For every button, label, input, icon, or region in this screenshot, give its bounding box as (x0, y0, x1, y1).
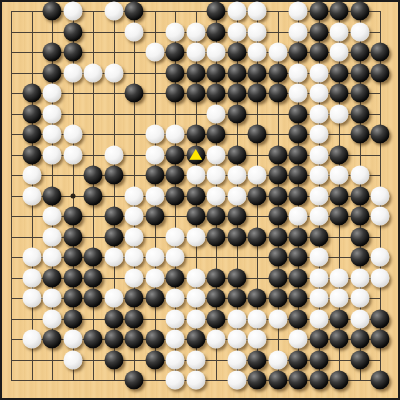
black-stone[interactable] (166, 166, 185, 185)
black-stone[interactable] (268, 186, 287, 205)
black-stone[interactable] (309, 227, 328, 246)
white-stone[interactable] (330, 22, 349, 41)
black-stone[interactable] (289, 145, 308, 164)
white-stone[interactable] (227, 371, 246, 390)
black-stone[interactable] (330, 371, 349, 390)
black-stone[interactable] (145, 207, 164, 226)
black-stone[interactable] (330, 330, 349, 349)
white-stone[interactable] (43, 309, 62, 328)
black-stone[interactable] (289, 309, 308, 328)
white-stone[interactable] (330, 166, 349, 185)
black-stone[interactable] (207, 63, 226, 82)
white-stone[interactable] (289, 63, 308, 82)
black-stone[interactable] (371, 63, 390, 82)
white-stone[interactable] (309, 289, 328, 308)
black-stone[interactable] (371, 371, 390, 390)
black-stone[interactable] (309, 2, 328, 21)
white-stone[interactable] (227, 2, 246, 21)
black-stone[interactable] (84, 248, 103, 267)
black-stone[interactable] (104, 227, 123, 246)
black-stone[interactable] (145, 350, 164, 369)
black-stone[interactable] (268, 166, 287, 185)
white-stone[interactable] (207, 166, 226, 185)
black-stone[interactable] (207, 289, 226, 308)
white-stone[interactable] (145, 248, 164, 267)
black-stone[interactable] (63, 207, 82, 226)
black-stone[interactable] (289, 125, 308, 144)
black-stone[interactable] (207, 268, 226, 287)
black-stone[interactable] (63, 22, 82, 41)
black-stone[interactable] (371, 309, 390, 328)
black-stone[interactable] (248, 227, 267, 246)
white-stone[interactable] (371, 268, 390, 287)
black-stone[interactable] (125, 289, 144, 308)
white-stone[interactable] (145, 186, 164, 205)
black-stone[interactable] (268, 145, 287, 164)
black-stone[interactable] (330, 63, 349, 82)
white-stone[interactable] (371, 186, 390, 205)
black-stone[interactable] (22, 104, 41, 123)
white-stone[interactable] (166, 289, 185, 308)
black-stone[interactable] (268, 248, 287, 267)
last-move-triangle-marker (189, 149, 202, 160)
black-stone[interactable] (289, 248, 308, 267)
white-stone[interactable] (125, 248, 144, 267)
black-stone[interactable] (207, 84, 226, 103)
black-stone[interactable] (43, 330, 62, 349)
black-stone[interactable] (104, 330, 123, 349)
white-stone[interactable] (186, 227, 205, 246)
black-stone[interactable] (268, 84, 287, 103)
black-stone[interactable] (227, 268, 246, 287)
black-stone[interactable] (309, 371, 328, 390)
white-stone[interactable] (309, 268, 328, 287)
white-stone[interactable] (350, 22, 369, 41)
white-stone[interactable] (166, 125, 185, 144)
white-stone[interactable] (186, 350, 205, 369)
black-stone[interactable] (145, 330, 164, 349)
white-stone[interactable] (186, 371, 205, 390)
black-stone[interactable] (350, 350, 369, 369)
white-stone[interactable] (186, 309, 205, 328)
black-stone[interactable] (330, 309, 349, 328)
white-stone[interactable] (43, 289, 62, 308)
white-stone[interactable] (309, 104, 328, 123)
white-stone[interactable] (186, 22, 205, 41)
black-stone[interactable] (166, 84, 185, 103)
black-stone[interactable] (84, 268, 103, 287)
black-stone[interactable] (289, 227, 308, 246)
white-stone[interactable] (330, 289, 349, 308)
black-stone[interactable] (309, 330, 328, 349)
black-stone[interactable] (350, 84, 369, 103)
black-stone[interactable] (207, 207, 226, 226)
white-stone[interactable] (248, 330, 267, 349)
white-stone[interactable] (289, 22, 308, 41)
black-stone[interactable] (289, 268, 308, 287)
black-stone[interactable] (248, 63, 267, 82)
black-stone[interactable] (350, 63, 369, 82)
black-stone[interactable] (186, 145, 205, 164)
white-stone[interactable] (43, 227, 62, 246)
black-stone[interactable] (268, 63, 287, 82)
white-stone[interactable] (330, 268, 349, 287)
white-stone[interactable] (125, 186, 144, 205)
white-stone[interactable] (166, 248, 185, 267)
white-stone[interactable] (309, 84, 328, 103)
black-stone[interactable] (350, 330, 369, 349)
black-stone[interactable] (227, 289, 246, 308)
white-stone[interactable] (22, 186, 41, 205)
black-stone[interactable] (268, 227, 287, 246)
black-stone[interactable] (227, 227, 246, 246)
black-stone[interactable] (186, 186, 205, 205)
white-stone[interactable] (125, 22, 144, 41)
black-stone[interactable] (207, 309, 226, 328)
black-stone[interactable] (350, 104, 369, 123)
white-stone[interactable] (166, 22, 185, 41)
white-stone[interactable] (227, 330, 246, 349)
black-stone[interactable] (207, 125, 226, 144)
white-stone[interactable] (22, 248, 41, 267)
white-stone[interactable] (145, 43, 164, 62)
white-stone[interactable] (207, 43, 226, 62)
white-stone[interactable] (63, 350, 82, 369)
black-stone[interactable] (309, 350, 328, 369)
black-stone[interactable] (289, 350, 308, 369)
white-stone[interactable] (43, 104, 62, 123)
white-stone[interactable] (22, 289, 41, 308)
black-stone[interactable] (22, 145, 41, 164)
hoshi-point (70, 193, 75, 198)
white-stone[interactable] (227, 350, 246, 369)
white-stone[interactable] (84, 63, 103, 82)
white-stone[interactable] (145, 125, 164, 144)
white-stone[interactable] (125, 227, 144, 246)
white-stone[interactable] (371, 207, 390, 226)
black-stone[interactable] (43, 268, 62, 287)
white-stone[interactable] (289, 84, 308, 103)
black-stone[interactable] (207, 2, 226, 21)
white-stone[interactable] (104, 289, 123, 308)
black-stone[interactable] (248, 350, 267, 369)
black-stone[interactable] (43, 63, 62, 82)
white-stone[interactable] (309, 186, 328, 205)
black-stone[interactable] (84, 330, 103, 349)
black-stone[interactable] (330, 2, 349, 21)
black-stone[interactable] (248, 186, 267, 205)
black-stone[interactable] (371, 330, 390, 349)
black-stone[interactable] (43, 43, 62, 62)
white-stone[interactable] (248, 166, 267, 185)
black-stone[interactable] (104, 350, 123, 369)
black-stone[interactable] (227, 207, 246, 226)
white-stone[interactable] (125, 207, 144, 226)
white-stone[interactable] (227, 309, 246, 328)
white-stone[interactable] (186, 166, 205, 185)
black-stone[interactable] (248, 371, 267, 390)
black-stone[interactable] (330, 186, 349, 205)
black-stone[interactable] (289, 43, 308, 62)
black-stone[interactable] (289, 104, 308, 123)
black-stone[interactable] (166, 145, 185, 164)
black-stone[interactable] (248, 125, 267, 144)
black-stone[interactable] (186, 207, 205, 226)
white-stone[interactable] (268, 43, 287, 62)
black-stone[interactable] (125, 84, 144, 103)
black-stone[interactable] (330, 145, 349, 164)
white-stone[interactable] (186, 43, 205, 62)
white-stone[interactable] (268, 309, 287, 328)
black-stone[interactable] (125, 2, 144, 21)
black-stone[interactable] (63, 268, 82, 287)
black-stone[interactable] (289, 371, 308, 390)
white-stone[interactable] (63, 125, 82, 144)
white-stone[interactable] (350, 268, 369, 287)
black-stone[interactable] (22, 84, 41, 103)
black-stone[interactable] (289, 289, 308, 308)
white-stone[interactable] (309, 248, 328, 267)
black-stone[interactable] (207, 22, 226, 41)
black-stone[interactable] (125, 371, 144, 390)
black-stone[interactable] (186, 84, 205, 103)
white-stone[interactable] (166, 371, 185, 390)
white-stone[interactable] (186, 289, 205, 308)
white-stone[interactable] (207, 104, 226, 123)
black-stone[interactable] (350, 227, 369, 246)
black-stone[interactable] (84, 166, 103, 185)
black-stone[interactable] (63, 227, 82, 246)
white-stone[interactable] (248, 309, 267, 328)
white-stone[interactable] (207, 186, 226, 205)
white-stone[interactable] (371, 248, 390, 267)
black-stone[interactable] (104, 166, 123, 185)
black-stone[interactable] (166, 186, 185, 205)
white-stone[interactable] (186, 268, 205, 287)
black-stone[interactable] (63, 289, 82, 308)
white-stone[interactable] (350, 289, 369, 308)
white-stone[interactable] (309, 166, 328, 185)
black-stone[interactable] (63, 43, 82, 62)
white-stone[interactable] (309, 207, 328, 226)
white-stone[interactable] (330, 43, 349, 62)
black-stone[interactable] (22, 125, 41, 144)
white-stone[interactable] (145, 145, 164, 164)
black-stone[interactable] (268, 289, 287, 308)
white-stone[interactable] (104, 248, 123, 267)
white-stone[interactable] (207, 145, 226, 164)
black-stone[interactable] (186, 125, 205, 144)
black-stone[interactable] (268, 371, 287, 390)
black-stone[interactable] (227, 63, 246, 82)
white-stone[interactable] (248, 2, 267, 21)
white-stone[interactable] (289, 330, 308, 349)
black-stone[interactable] (371, 125, 390, 144)
black-stone[interactable] (104, 207, 123, 226)
white-stone[interactable] (227, 22, 246, 41)
white-stone[interactable] (22, 330, 41, 349)
black-stone[interactable] (125, 309, 144, 328)
white-stone[interactable] (63, 63, 82, 82)
black-stone[interactable] (350, 2, 369, 21)
white-stone[interactable] (166, 350, 185, 369)
white-stone[interactable] (309, 125, 328, 144)
white-stone[interactable] (43, 248, 62, 267)
black-stone[interactable] (227, 43, 246, 62)
white-stone[interactable] (207, 330, 226, 349)
black-stone[interactable] (186, 63, 205, 82)
white-stone[interactable] (43, 84, 62, 103)
black-stone[interactable] (350, 186, 369, 205)
white-stone[interactable] (22, 268, 41, 287)
white-stone[interactable] (63, 330, 82, 349)
black-stone[interactable] (43, 2, 62, 21)
black-stone[interactable] (268, 207, 287, 226)
black-stone[interactable] (330, 84, 349, 103)
black-stone[interactable] (350, 43, 369, 62)
white-stone[interactable] (309, 63, 328, 82)
white-stone[interactable] (227, 166, 246, 185)
black-stone[interactable] (104, 309, 123, 328)
black-stone[interactable] (309, 43, 328, 62)
black-stone[interactable] (350, 125, 369, 144)
black-stone[interactable] (43, 186, 62, 205)
white-stone[interactable] (248, 43, 267, 62)
black-stone[interactable] (166, 268, 185, 287)
white-stone[interactable] (104, 145, 123, 164)
white-stone[interactable] (330, 104, 349, 123)
black-stone[interactable] (289, 186, 308, 205)
white-stone[interactable] (43, 207, 62, 226)
white-stone[interactable] (350, 309, 369, 328)
black-stone[interactable] (371, 43, 390, 62)
white-stone[interactable] (268, 350, 287, 369)
white-stone[interactable] (289, 207, 308, 226)
white-stone[interactable] (22, 166, 41, 185)
black-stone[interactable] (350, 248, 369, 267)
black-stone[interactable] (227, 84, 246, 103)
white-stone[interactable] (43, 125, 62, 144)
white-stone[interactable] (43, 145, 62, 164)
black-stone[interactable] (207, 227, 226, 246)
black-stone[interactable] (186, 330, 205, 349)
white-stone[interactable] (104, 2, 123, 21)
white-stone[interactable] (309, 145, 328, 164)
black-stone[interactable] (227, 104, 246, 123)
black-stone[interactable] (350, 207, 369, 226)
go-board[interactable] (0, 0, 400, 400)
white-stone[interactable] (166, 330, 185, 349)
black-stone[interactable] (63, 309, 82, 328)
black-stone[interactable] (145, 166, 164, 185)
black-stone[interactable] (248, 289, 267, 308)
black-stone[interactable] (268, 268, 287, 287)
black-stone[interactable] (125, 330, 144, 349)
black-stone[interactable] (330, 207, 349, 226)
white-stone[interactable] (309, 309, 328, 328)
black-stone[interactable] (289, 166, 308, 185)
black-stone[interactable] (145, 289, 164, 308)
white-stone[interactable] (145, 268, 164, 287)
white-stone[interactable] (166, 309, 185, 328)
white-stone[interactable] (350, 166, 369, 185)
black-stone[interactable] (166, 63, 185, 82)
white-stone[interactable] (227, 186, 246, 205)
white-stone[interactable] (63, 145, 82, 164)
white-stone[interactable] (125, 268, 144, 287)
white-stone[interactable] (248, 22, 267, 41)
white-stone[interactable] (289, 2, 308, 21)
black-stone[interactable] (63, 248, 82, 267)
black-stone[interactable] (166, 43, 185, 62)
white-stone[interactable] (166, 227, 185, 246)
black-stone[interactable] (84, 186, 103, 205)
white-stone[interactable] (63, 2, 82, 21)
black-stone[interactable] (248, 84, 267, 103)
black-stone[interactable] (227, 145, 246, 164)
black-stone[interactable] (84, 289, 103, 308)
white-stone[interactable] (104, 63, 123, 82)
black-stone[interactable] (309, 22, 328, 41)
